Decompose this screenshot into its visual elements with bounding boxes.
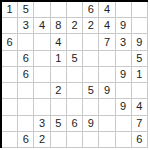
sudoku-cell-r2c4[interactable]: 8 <box>51 18 67 34</box>
sudoku-cell-r3c5[interactable] <box>67 34 83 50</box>
sudoku-cell-r9c6[interactable] <box>83 132 99 148</box>
sudoku-cell-r6c4[interactable]: 2 <box>51 83 67 99</box>
sudoku-cell-r7c5[interactable] <box>67 99 83 115</box>
sudoku-cell-r3c2[interactable] <box>18 34 34 50</box>
sudoku-cell-r1c1[interactable]: 1 <box>2 2 18 18</box>
sudoku-cell-r8c6[interactable]: 9 <box>83 116 99 132</box>
sudoku-cell-r4c7[interactable] <box>99 51 115 67</box>
sudoku-cell-r5c9[interactable]: 1 <box>132 67 148 83</box>
sudoku-cell-r3c8[interactable]: 3 <box>116 34 132 50</box>
sudoku-cell-r4c9[interactable]: 5 <box>132 51 148 67</box>
sudoku-cell-r5c8[interactable]: 9 <box>116 67 132 83</box>
sudoku-cell-r5c3[interactable] <box>34 67 50 83</box>
sudoku-cell-r9c4[interactable] <box>51 132 67 148</box>
sudoku-cell-r6c5[interactable] <box>67 83 83 99</box>
sudoku-cell-r2c5[interactable]: 2 <box>67 18 83 34</box>
sudoku-cell-r4c5[interactable]: 5 <box>67 51 83 67</box>
sudoku-board: 156434822496473961556912599435697626 <box>0 0 148 148</box>
sudoku-cell-r9c8[interactable] <box>116 132 132 148</box>
sudoku-cell-r1c2[interactable]: 5 <box>18 2 34 18</box>
sudoku-cell-r7c2[interactable] <box>18 99 34 115</box>
sudoku-cell-r8c9[interactable]: 7 <box>132 116 148 132</box>
sudoku-cell-r3c9[interactable]: 9 <box>132 34 148 50</box>
sudoku-cell-r1c4[interactable] <box>51 2 67 18</box>
sudoku-cell-r6c2[interactable] <box>18 83 34 99</box>
sudoku-cell-r2c6[interactable]: 2 <box>83 18 99 34</box>
sudoku-cell-r8c1[interactable] <box>2 116 18 132</box>
sudoku-cell-r9c9[interactable]: 6 <box>132 132 148 148</box>
sudoku-cell-r7c9[interactable]: 4 <box>132 99 148 115</box>
sudoku-cell-r1c7[interactable]: 4 <box>99 2 115 18</box>
sudoku-cell-r9c1[interactable] <box>2 132 18 148</box>
sudoku-cell-r4c8[interactable] <box>116 51 132 67</box>
sudoku-cell-r2c1[interactable] <box>2 18 18 34</box>
sudoku-cell-r7c1[interactable] <box>2 99 18 115</box>
sudoku-cell-r6c7[interactable]: 9 <box>99 83 115 99</box>
sudoku-cell-r6c3[interactable] <box>34 83 50 99</box>
sudoku-cell-r4c2[interactable]: 6 <box>18 51 34 67</box>
sudoku-cell-r6c8[interactable] <box>116 83 132 99</box>
sudoku-cell-r1c3[interactable] <box>34 2 50 18</box>
sudoku-cell-r1c9[interactable] <box>132 2 148 18</box>
sudoku-cell-r6c9[interactable] <box>132 83 148 99</box>
sudoku-cell-r5c2[interactable]: 6 <box>18 67 34 83</box>
sudoku-cell-r5c5[interactable] <box>67 67 83 83</box>
sudoku-cell-r4c3[interactable] <box>34 51 50 67</box>
sudoku-cell-r8c2[interactable] <box>18 116 34 132</box>
sudoku-cell-r6c1[interactable] <box>2 83 18 99</box>
sudoku-cell-r7c3[interactable] <box>34 99 50 115</box>
sudoku-cell-r3c7[interactable]: 7 <box>99 34 115 50</box>
sudoku-cell-r2c9[interactable] <box>132 18 148 34</box>
sudoku-cell-r2c8[interactable]: 9 <box>116 18 132 34</box>
sudoku-cell-r8c3[interactable]: 3 <box>34 116 50 132</box>
sudoku-cell-r6c6[interactable]: 5 <box>83 83 99 99</box>
sudoku-cell-r4c6[interactable] <box>83 51 99 67</box>
sudoku-cell-r2c7[interactable]: 4 <box>99 18 115 34</box>
sudoku-cell-r5c1[interactable] <box>2 67 18 83</box>
sudoku-cell-r7c7[interactable] <box>99 99 115 115</box>
sudoku-cell-r1c8[interactable] <box>116 2 132 18</box>
sudoku-cell-r9c7[interactable] <box>99 132 115 148</box>
sudoku-cell-r2c3[interactable]: 4 <box>34 18 50 34</box>
sudoku-cell-r8c7[interactable] <box>99 116 115 132</box>
sudoku-cell-r2c2[interactable]: 3 <box>18 18 34 34</box>
sudoku-cell-r1c6[interactable]: 6 <box>83 2 99 18</box>
sudoku-cell-r3c3[interactable] <box>34 34 50 50</box>
sudoku-cell-r4c4[interactable]: 1 <box>51 51 67 67</box>
sudoku-cell-r9c3[interactable]: 2 <box>34 132 50 148</box>
sudoku-cell-r9c5[interactable] <box>67 132 83 148</box>
sudoku-cell-r7c6[interactable] <box>83 99 99 115</box>
sudoku-cell-r3c6[interactable] <box>83 34 99 50</box>
sudoku-cell-r9c2[interactable]: 6 <box>18 132 34 148</box>
sudoku-cell-r5c6[interactable] <box>83 67 99 83</box>
sudoku-cell-r3c1[interactable]: 6 <box>2 34 18 50</box>
sudoku-cell-r3c4[interactable]: 4 <box>51 34 67 50</box>
sudoku-cell-r8c4[interactable]: 5 <box>51 116 67 132</box>
sudoku-cell-r8c8[interactable] <box>116 116 132 132</box>
sudoku-cell-r5c7[interactable] <box>99 67 115 83</box>
sudoku-cell-r8c5[interactable]: 6 <box>67 116 83 132</box>
sudoku-cell-r1c5[interactable] <box>67 2 83 18</box>
sudoku-cell-r4c1[interactable] <box>2 51 18 67</box>
sudoku-cell-r7c8[interactable]: 9 <box>116 99 132 115</box>
sudoku-cell-r5c4[interactable] <box>51 67 67 83</box>
sudoku-cell-r7c4[interactable] <box>51 99 67 115</box>
